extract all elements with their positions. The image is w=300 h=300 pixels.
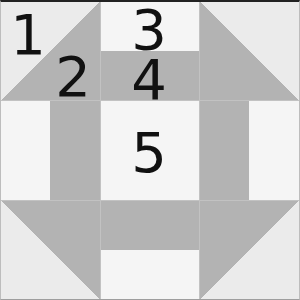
cell-bottom-right-hst (200, 201, 299, 299)
cell-top-edge-bar (101, 2, 200, 100)
cell-right-edge-bar (200, 101, 299, 199)
cell-top-left-hst (1, 2, 100, 100)
cell-top-right-hst (200, 2, 299, 100)
quilt-block-board: 1 2 3 4 5 (0, 0, 300, 300)
cell-bottom-left-hst (1, 201, 100, 299)
cell-left-edge-bar (1, 101, 100, 199)
cell-center-square (101, 101, 200, 199)
cell-bottom-edge-bar (101, 201, 200, 299)
